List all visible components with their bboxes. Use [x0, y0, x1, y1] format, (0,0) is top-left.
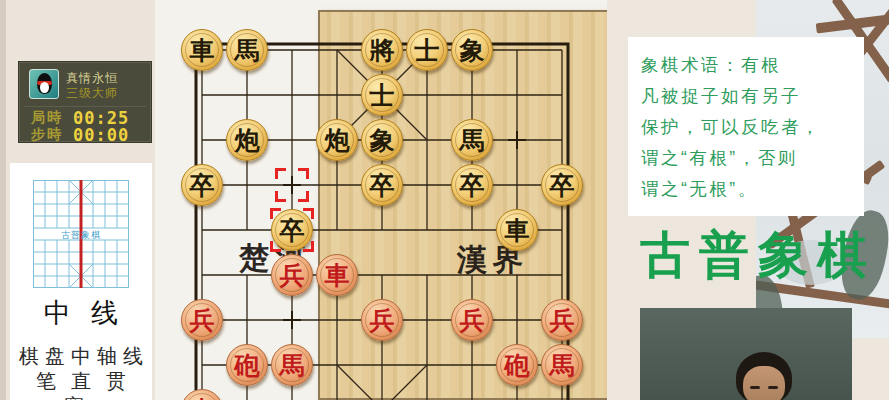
piece-象-c4r2[interactable]: 象	[361, 119, 403, 161]
last-move-bracket	[275, 168, 309, 202]
piece-士-c5r0[interactable]: 士	[406, 29, 448, 71]
lesson-line-1: 棋盘中轴线	[10, 344, 152, 369]
piece-將-c4r0[interactable]: 將	[361, 29, 403, 71]
piece-卒-c8r3[interactable]: 卒	[541, 164, 583, 206]
piece-車-c3r5[interactable]: 車	[316, 254, 358, 296]
piece-砲-c7r7[interactable]: 砲	[496, 344, 538, 386]
piece-glyph: 象	[460, 38, 485, 63]
piece-glyph: 兵	[460, 308, 485, 333]
piece-glyph: 炮	[325, 128, 350, 153]
piece-glyph: 卒	[460, 173, 485, 198]
piece-glyph: 兵	[370, 308, 395, 333]
piece-glyph: 卒	[190, 173, 215, 198]
piece-馬-c2r7[interactable]: 馬	[271, 344, 313, 386]
screenshot-root: 真情永恒 三级大师 局時 00:25 步時 00:00	[0, 0, 889, 400]
presenter-webcam	[640, 308, 852, 400]
presenter-eyebrow	[750, 386, 760, 389]
piece-馬-c6r2[interactable]: 馬	[451, 119, 493, 161]
piece-glyph: 車	[190, 38, 215, 63]
piece-士-c4r1[interactable]: 士	[361, 74, 403, 116]
move-time-value: 00:00	[73, 125, 129, 145]
term-line-1: 象棋术语：有根	[641, 50, 861, 81]
piece-glyph: 卒	[370, 173, 395, 198]
piece-glyph: 馬	[550, 353, 575, 378]
piece-車-c7r4[interactable]: 車	[496, 209, 538, 251]
piece-glyph: 兵	[190, 308, 215, 333]
terminology-card: 象棋术语：有根 凡被捉子如有另子 保护，可以反吃者， 谓之“有根”，否则 谓之“…	[628, 37, 864, 216]
piece-兵-c2r5[interactable]: 兵	[271, 254, 313, 296]
brand-title: 古普象棋	[640, 222, 876, 289]
piece-glyph: 砲	[505, 353, 530, 378]
piece-glyph: 兵	[550, 308, 575, 333]
move-time-label: 步時	[31, 126, 73, 144]
piece-砲-c1r7[interactable]: 砲	[226, 344, 268, 386]
qq-penguin-avatar	[29, 69, 59, 99]
center-line-diagram: 古普象棋	[33, 180, 129, 288]
piece-車-c0r0[interactable]: 車	[181, 29, 223, 71]
piece-glyph: 砲	[235, 353, 260, 378]
piece-glyph: 士	[415, 38, 440, 63]
piece-卒-c6r3[interactable]: 卒	[451, 164, 493, 206]
piece-象-c6r0[interactable]: 象	[451, 29, 493, 71]
last-move-bracket	[270, 208, 314, 252]
diagram-caption: 古普象棋	[61, 230, 101, 240]
game-clock-row: 局時 00:25	[31, 110, 149, 126]
piece-馬-c1r0[interactable]: 馬	[226, 29, 268, 71]
term-line-3: 保护，可以反吃者，	[641, 112, 861, 143]
lesson-line-2: 笔直贯穿	[10, 369, 152, 400]
piece-glyph: 車	[325, 263, 350, 288]
presenter-face	[743, 366, 785, 400]
piece-glyph: 將	[370, 38, 395, 63]
player-clock-panel: 真情永恒 三级大师 局時 00:25 步時 00:00	[18, 61, 152, 143]
piece-兵-c8r6[interactable]: 兵	[541, 299, 583, 341]
piece-glyph: 象	[370, 128, 395, 153]
penguin-belly-icon	[40, 82, 49, 93]
clock-divider	[24, 106, 146, 107]
center-line-lesson-card: 古普象棋 中线 棋盘中轴线 笔直贯穿 楚河汉界	[10, 163, 152, 400]
left-edge-shadow	[0, 0, 6, 400]
point-cross-marker	[283, 311, 301, 329]
piece-兵-c4r6[interactable]: 兵	[361, 299, 403, 341]
piece-glyph: 車	[505, 218, 530, 243]
term-line-5: 谓之“无根”。	[641, 174, 861, 205]
lesson-body: 棋盘中轴线 笔直贯穿 楚河汉界	[10, 344, 152, 400]
player-rank: 三级大师	[66, 85, 118, 102]
piece-馬-c8r7[interactable]: 馬	[541, 344, 583, 386]
piece-glyph: 馬	[280, 353, 305, 378]
piece-glyph: 馬	[235, 38, 260, 63]
term-line-2: 凡被捉子如有另子	[641, 81, 861, 112]
game-time-label: 局時	[31, 109, 73, 127]
piece-兵-c0r6[interactable]: 兵	[181, 299, 223, 341]
piece-glyph: 卒	[550, 173, 575, 198]
piece-炮-c1r2[interactable]: 炮	[226, 119, 268, 161]
piece-glyph: 士	[370, 83, 395, 108]
left-sidebar: 真情永恒 三级大师 局時 00:25 步時 00:00	[0, 0, 155, 400]
presenter-eyebrow	[768, 386, 778, 389]
move-clock-row: 步時 00:00	[31, 127, 149, 143]
lesson-heading: 中线	[10, 295, 152, 331]
piece-glyph: 兵	[280, 263, 305, 288]
term-line-4: 谓之“有根”，否则	[641, 143, 861, 174]
piece-卒-c0r3[interactable]: 卒	[181, 164, 223, 206]
piece-卒-c4r3[interactable]: 卒	[361, 164, 403, 206]
piece-炮-c3r2[interactable]: 炮	[316, 119, 358, 161]
point-cross-marker	[508, 131, 526, 149]
piece-glyph: 馬	[460, 128, 485, 153]
piece-兵-c6r6[interactable]: 兵	[451, 299, 493, 341]
piece-glyph: 炮	[235, 128, 260, 153]
